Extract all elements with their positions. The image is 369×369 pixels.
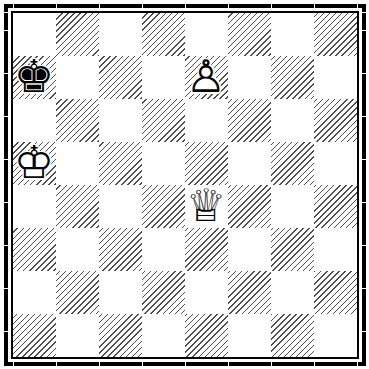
- square-g7[interactable]: [271, 56, 314, 99]
- square-g6[interactable]: [271, 99, 314, 142]
- chess-diagram: ♚♚♟♙♚♔♛♕: [0, 0, 369, 369]
- square-a4[interactable]: [13, 185, 56, 228]
- square-h1[interactable]: [314, 314, 357, 357]
- square-h4[interactable]: [314, 185, 357, 228]
- square-e8[interactable]: [185, 13, 228, 56]
- square-a3[interactable]: [13, 228, 56, 271]
- square-d5[interactable]: [142, 142, 185, 185]
- square-d7[interactable]: [142, 56, 185, 99]
- square-d1[interactable]: [142, 314, 185, 357]
- square-e3[interactable]: [185, 228, 228, 271]
- square-g2[interactable]: [271, 271, 314, 314]
- square-f8[interactable]: [228, 13, 271, 56]
- white-pawn-halo: ♟: [185, 55, 228, 98]
- square-c2[interactable]: [99, 271, 142, 314]
- board-border-gap: ♚♚♟♙♚♔♛♕: [8, 8, 362, 362]
- black-king-icon: ♚: [13, 55, 56, 98]
- white-pawn-icon: ♙: [185, 55, 228, 98]
- square-e2[interactable]: [185, 271, 228, 314]
- square-e4[interactable]: ♛♕: [185, 185, 228, 228]
- board-inner-border: ♚♚♟♙♚♔♛♕: [11, 11, 359, 359]
- square-f1[interactable]: [228, 314, 271, 357]
- square-b7[interactable]: [56, 56, 99, 99]
- square-h5[interactable]: [314, 142, 357, 185]
- square-b6[interactable]: [56, 99, 99, 142]
- square-a6[interactable]: [13, 99, 56, 142]
- square-f5[interactable]: [228, 142, 271, 185]
- square-b8[interactable]: [56, 13, 99, 56]
- board-outer-border: ♚♚♟♙♚♔♛♕: [4, 4, 366, 366]
- square-g1[interactable]: [271, 314, 314, 357]
- square-b4[interactable]: [56, 185, 99, 228]
- square-h8[interactable]: [314, 13, 357, 56]
- square-h3[interactable]: [314, 228, 357, 271]
- square-a2[interactable]: [13, 271, 56, 314]
- square-b2[interactable]: [56, 271, 99, 314]
- square-e7[interactable]: ♟♙: [185, 56, 228, 99]
- square-h7[interactable]: [314, 56, 357, 99]
- white-king-halo: ♚: [13, 141, 56, 184]
- square-b3[interactable]: [56, 228, 99, 271]
- white-king-icon: ♔: [13, 141, 56, 184]
- square-c5[interactable]: [99, 142, 142, 185]
- square-f3[interactable]: [228, 228, 271, 271]
- square-c7[interactable]: [99, 56, 142, 99]
- square-a5[interactable]: ♚♔: [13, 142, 56, 185]
- square-d4[interactable]: [142, 185, 185, 228]
- square-c1[interactable]: [99, 314, 142, 357]
- square-f7[interactable]: [228, 56, 271, 99]
- square-c4[interactable]: [99, 185, 142, 228]
- square-f2[interactable]: [228, 271, 271, 314]
- square-a8[interactable]: [13, 13, 56, 56]
- square-d3[interactable]: [142, 228, 185, 271]
- square-b1[interactable]: [56, 314, 99, 357]
- square-g5[interactable]: [271, 142, 314, 185]
- square-b5[interactable]: [56, 142, 99, 185]
- square-h6[interactable]: [314, 99, 357, 142]
- square-g4[interactable]: [271, 185, 314, 228]
- square-a1[interactable]: [13, 314, 56, 357]
- square-g3[interactable]: [271, 228, 314, 271]
- chess-board[interactable]: ♚♚♟♙♚♔♛♕: [13, 13, 357, 357]
- square-c3[interactable]: [99, 228, 142, 271]
- white-queen-halo: ♛: [185, 184, 228, 227]
- square-d6[interactable]: [142, 99, 185, 142]
- square-h2[interactable]: [314, 271, 357, 314]
- square-e6[interactable]: [185, 99, 228, 142]
- square-c6[interactable]: [99, 99, 142, 142]
- white-queen-icon: ♕: [185, 184, 228, 227]
- square-g8[interactable]: [271, 13, 314, 56]
- square-f6[interactable]: [228, 99, 271, 142]
- square-f4[interactable]: [228, 185, 271, 228]
- square-a7[interactable]: ♚♚: [13, 56, 56, 99]
- square-d8[interactable]: [142, 13, 185, 56]
- square-c8[interactable]: [99, 13, 142, 56]
- black-king-halo: ♚: [13, 55, 56, 98]
- square-d2[interactable]: [142, 271, 185, 314]
- square-e5[interactable]: [185, 142, 228, 185]
- square-e1[interactable]: [185, 314, 228, 357]
